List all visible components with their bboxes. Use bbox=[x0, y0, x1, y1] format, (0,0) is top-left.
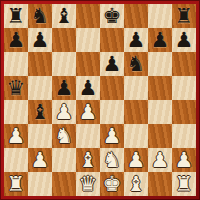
square-b3[interactable] bbox=[28, 124, 52, 148]
piece-black-pawn: ♟ bbox=[103, 52, 122, 76]
square-e4[interactable] bbox=[100, 100, 124, 124]
square-h6[interactable] bbox=[172, 52, 196, 76]
square-f4[interactable] bbox=[124, 100, 148, 124]
piece-black-knight: ♞ bbox=[127, 52, 146, 76]
square-d8[interactable] bbox=[76, 4, 100, 28]
piece-black-queen: ♛ bbox=[7, 76, 26, 100]
piece-black-rook: ♜ bbox=[7, 4, 26, 28]
square-h2[interactable]: ♟ bbox=[172, 148, 196, 172]
square-d3[interactable] bbox=[76, 124, 100, 148]
square-b5[interactable] bbox=[28, 76, 52, 100]
piece-black-pawn: ♟ bbox=[7, 28, 26, 52]
piece-white-pawn: ♟ bbox=[31, 148, 50, 172]
square-g8[interactable] bbox=[148, 4, 172, 28]
square-c4[interactable]: ♟ bbox=[52, 100, 76, 124]
piece-black-king: ♚ bbox=[103, 4, 122, 28]
piece-white-queen: ♛ bbox=[79, 172, 98, 196]
piece-black-bishop: ♝ bbox=[55, 4, 74, 28]
square-a4[interactable] bbox=[4, 100, 28, 124]
square-c6[interactable] bbox=[52, 52, 76, 76]
square-a8[interactable]: ♜ bbox=[4, 4, 28, 28]
piece-white-pawn: ♟ bbox=[175, 148, 194, 172]
square-e7[interactable] bbox=[100, 28, 124, 52]
square-b4[interactable]: ♝ bbox=[28, 100, 52, 124]
piece-white-bishop: ♝ bbox=[127, 172, 146, 196]
piece-black-pawn: ♟ bbox=[127, 28, 146, 52]
board-frame: ♜♞♝♚♜♟♟♟♟♟♟♞♛♟♟♝♟♟♟♞♟♟♝♞♟♟♟♜♛♚♝♜ bbox=[0, 0, 200, 200]
square-a6[interactable] bbox=[4, 52, 28, 76]
square-d5[interactable]: ♟ bbox=[76, 76, 100, 100]
square-d7[interactable] bbox=[76, 28, 100, 52]
square-e5[interactable] bbox=[100, 76, 124, 100]
piece-black-pawn: ♟ bbox=[175, 28, 194, 52]
square-a1[interactable]: ♜ bbox=[4, 172, 28, 196]
piece-white-knight: ♞ bbox=[55, 124, 74, 148]
square-b6[interactable] bbox=[28, 52, 52, 76]
square-e8[interactable]: ♚ bbox=[100, 4, 124, 28]
square-f7[interactable]: ♟ bbox=[124, 28, 148, 52]
square-b8[interactable]: ♞ bbox=[28, 4, 52, 28]
piece-white-pawn: ♟ bbox=[79, 100, 98, 124]
piece-black-knight: ♞ bbox=[31, 4, 50, 28]
square-h1[interactable]: ♜ bbox=[172, 172, 196, 196]
square-f2[interactable]: ♟ bbox=[124, 148, 148, 172]
chess-board: ♜♞♝♚♜♟♟♟♟♟♟♞♛♟♟♝♟♟♟♞♟♟♝♞♟♟♟♜♛♚♝♜ bbox=[4, 4, 196, 196]
piece-white-pawn: ♟ bbox=[55, 100, 74, 124]
square-d2[interactable]: ♝ bbox=[76, 148, 100, 172]
piece-white-pawn: ♟ bbox=[7, 124, 26, 148]
square-e3[interactable]: ♟ bbox=[100, 124, 124, 148]
square-a2[interactable] bbox=[4, 148, 28, 172]
square-d6[interactable] bbox=[76, 52, 100, 76]
square-e6[interactable]: ♟ bbox=[100, 52, 124, 76]
piece-black-pawn: ♟ bbox=[151, 28, 170, 52]
square-d4[interactable]: ♟ bbox=[76, 100, 100, 124]
piece-black-pawn: ♟ bbox=[79, 76, 98, 100]
square-g4[interactable] bbox=[148, 100, 172, 124]
square-f1[interactable]: ♝ bbox=[124, 172, 148, 196]
piece-white-rook: ♜ bbox=[175, 172, 194, 196]
square-c1[interactable] bbox=[52, 172, 76, 196]
piece-white-knight: ♞ bbox=[103, 148, 122, 172]
square-g1[interactable] bbox=[148, 172, 172, 196]
piece-white-pawn: ♟ bbox=[103, 124, 122, 148]
square-a7[interactable]: ♟ bbox=[4, 28, 28, 52]
piece-black-rook: ♜ bbox=[175, 4, 194, 28]
square-b2[interactable]: ♟ bbox=[28, 148, 52, 172]
piece-white-pawn: ♟ bbox=[151, 148, 170, 172]
square-a3[interactable]: ♟ bbox=[4, 124, 28, 148]
piece-white-king: ♚ bbox=[103, 172, 122, 196]
square-c7[interactable] bbox=[52, 28, 76, 52]
piece-white-pawn: ♟ bbox=[127, 148, 146, 172]
square-c3[interactable]: ♞ bbox=[52, 124, 76, 148]
piece-white-bishop: ♝ bbox=[79, 148, 98, 172]
square-e1[interactable]: ♚ bbox=[100, 172, 124, 196]
square-g2[interactable]: ♟ bbox=[148, 148, 172, 172]
square-a5[interactable]: ♛ bbox=[4, 76, 28, 100]
square-h8[interactable]: ♜ bbox=[172, 4, 196, 28]
square-c8[interactable]: ♝ bbox=[52, 4, 76, 28]
square-b1[interactable] bbox=[28, 172, 52, 196]
square-f6[interactable]: ♞ bbox=[124, 52, 148, 76]
square-f8[interactable] bbox=[124, 4, 148, 28]
square-c5[interactable]: ♟ bbox=[52, 76, 76, 100]
square-g6[interactable] bbox=[148, 52, 172, 76]
square-e2[interactable]: ♞ bbox=[100, 148, 124, 172]
square-b7[interactable]: ♟ bbox=[28, 28, 52, 52]
piece-black-pawn: ♟ bbox=[55, 76, 74, 100]
square-g5[interactable] bbox=[148, 76, 172, 100]
square-h3[interactable] bbox=[172, 124, 196, 148]
square-g3[interactable] bbox=[148, 124, 172, 148]
square-f5[interactable] bbox=[124, 76, 148, 100]
square-f3[interactable] bbox=[124, 124, 148, 148]
piece-black-pawn: ♟ bbox=[31, 28, 50, 52]
square-h7[interactable]: ♟ bbox=[172, 28, 196, 52]
square-h4[interactable] bbox=[172, 100, 196, 124]
piece-black-bishop: ♝ bbox=[31, 100, 50, 124]
piece-white-rook: ♜ bbox=[7, 172, 26, 196]
square-c2[interactable] bbox=[52, 148, 76, 172]
square-h5[interactable] bbox=[172, 76, 196, 100]
square-d1[interactable]: ♛ bbox=[76, 172, 100, 196]
square-g7[interactable]: ♟ bbox=[148, 28, 172, 52]
